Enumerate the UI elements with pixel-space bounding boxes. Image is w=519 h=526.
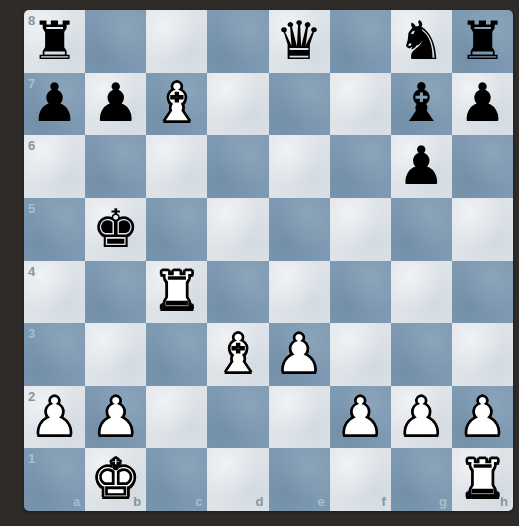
file-label-e: e xyxy=(317,495,324,508)
rank-label-1: 1 xyxy=(28,452,35,465)
piece-white-pawn-e3[interactable]: ♟ xyxy=(275,323,323,384)
file-label-g: g xyxy=(439,495,447,508)
square-h1[interactable]: h♜ xyxy=(452,448,513,511)
square-e8[interactable]: ♛ xyxy=(269,10,330,73)
chess-app-frame: 8♜♛♞♜7♟♟♝♝♟6♟5♚4♜3♝♟2♟♟♟♟♟1ab♚cdefgh♜ xyxy=(0,0,519,526)
piece-white-bishop-c7[interactable]: ♝ xyxy=(153,72,201,133)
square-e2[interactable] xyxy=(269,386,330,449)
square-c2[interactable] xyxy=(146,386,207,449)
square-d4[interactable] xyxy=(207,261,268,324)
piece-black-knight-g8[interactable]: ♞ xyxy=(398,10,446,71)
piece-white-king-b1[interactable]: ♚ xyxy=(92,448,140,509)
square-h7[interactable]: ♟ xyxy=(452,73,513,136)
square-a1[interactable]: 1a xyxy=(24,448,85,511)
piece-black-pawn-b7[interactable]: ♟ xyxy=(92,72,140,133)
square-c8[interactable] xyxy=(146,10,207,73)
file-label-c: c xyxy=(195,495,202,508)
square-a8[interactable]: 8♜ xyxy=(24,10,85,73)
square-c3[interactable] xyxy=(146,323,207,386)
piece-black-bishop-g7[interactable]: ♝ xyxy=(398,72,446,133)
square-f2[interactable]: ♟ xyxy=(330,386,391,449)
rank-label-3: 3 xyxy=(28,327,35,340)
square-e7[interactable] xyxy=(269,73,330,136)
square-d1[interactable]: d xyxy=(207,448,268,511)
square-c4[interactable]: ♜ xyxy=(146,261,207,324)
piece-white-pawn-f2[interactable]: ♟ xyxy=(336,386,384,447)
square-d2[interactable] xyxy=(207,386,268,449)
square-e3[interactable]: ♟ xyxy=(269,323,330,386)
square-d3[interactable]: ♝ xyxy=(207,323,268,386)
piece-black-rook-a8[interactable]: ♜ xyxy=(31,10,79,71)
square-d7[interactable] xyxy=(207,73,268,136)
piece-black-rook-h8[interactable]: ♜ xyxy=(459,10,507,71)
file-label-a: a xyxy=(73,495,80,508)
piece-black-pawn-h7[interactable]: ♟ xyxy=(459,72,507,133)
square-c7[interactable]: ♝ xyxy=(146,73,207,136)
square-e5[interactable] xyxy=(269,198,330,261)
square-a5[interactable]: 5 xyxy=(24,198,85,261)
piece-white-pawn-b2[interactable]: ♟ xyxy=(92,386,140,447)
square-a2[interactable]: 2♟ xyxy=(24,386,85,449)
square-f7[interactable] xyxy=(330,73,391,136)
piece-white-pawn-h2[interactable]: ♟ xyxy=(459,386,507,447)
square-g5[interactable] xyxy=(391,198,452,261)
square-g4[interactable] xyxy=(391,261,452,324)
piece-white-rook-c4[interactable]: ♜ xyxy=(153,260,201,321)
square-h5[interactable] xyxy=(452,198,513,261)
square-g3[interactable] xyxy=(391,323,452,386)
square-e1[interactable]: e xyxy=(269,448,330,511)
square-a3[interactable]: 3 xyxy=(24,323,85,386)
square-f4[interactable] xyxy=(330,261,391,324)
piece-black-pawn-a7[interactable]: ♟ xyxy=(31,72,79,133)
rank-label-6: 6 xyxy=(28,139,35,152)
square-d5[interactable] xyxy=(207,198,268,261)
square-f3[interactable] xyxy=(330,323,391,386)
square-e4[interactable] xyxy=(269,261,330,324)
square-b4[interactable] xyxy=(85,261,146,324)
square-a6[interactable]: 6 xyxy=(24,135,85,198)
piece-white-pawn-g2[interactable]: ♟ xyxy=(398,386,446,447)
square-f8[interactable] xyxy=(330,10,391,73)
piece-black-king-b5[interactable]: ♚ xyxy=(92,198,140,259)
square-c6[interactable] xyxy=(146,135,207,198)
square-g7[interactable]: ♝ xyxy=(391,73,452,136)
piece-black-queen-e8[interactable]: ♛ xyxy=(275,10,323,71)
square-f5[interactable] xyxy=(330,198,391,261)
square-b2[interactable]: ♟ xyxy=(85,386,146,449)
square-h8[interactable]: ♜ xyxy=(452,10,513,73)
piece-white-rook-h1[interactable]: ♜ xyxy=(459,448,507,509)
square-f1[interactable]: f xyxy=(330,448,391,511)
square-h2[interactable]: ♟ xyxy=(452,386,513,449)
square-c1[interactable]: c xyxy=(146,448,207,511)
square-a7[interactable]: 7♟ xyxy=(24,73,85,136)
square-g6[interactable]: ♟ xyxy=(391,135,452,198)
rank-label-5: 5 xyxy=(28,202,35,215)
piece-black-pawn-g6[interactable]: ♟ xyxy=(398,135,446,196)
square-h3[interactable] xyxy=(452,323,513,386)
square-b8[interactable] xyxy=(85,10,146,73)
square-h6[interactable] xyxy=(452,135,513,198)
file-label-d: d xyxy=(256,495,264,508)
square-f6[interactable] xyxy=(330,135,391,198)
piece-white-bishop-d3[interactable]: ♝ xyxy=(214,323,262,384)
square-g2[interactable]: ♟ xyxy=(391,386,452,449)
square-d8[interactable] xyxy=(207,10,268,73)
file-label-f: f xyxy=(381,495,385,508)
square-b3[interactable] xyxy=(85,323,146,386)
square-h4[interactable] xyxy=(452,261,513,324)
piece-white-pawn-a2[interactable]: ♟ xyxy=(31,386,79,447)
square-b1[interactable]: b♚ xyxy=(85,448,146,511)
square-g1[interactable]: g xyxy=(391,448,452,511)
square-a4[interactable]: 4 xyxy=(24,261,85,324)
square-g8[interactable]: ♞ xyxy=(391,10,452,73)
rank-label-4: 4 xyxy=(28,265,35,278)
square-d6[interactable] xyxy=(207,135,268,198)
square-b5[interactable]: ♚ xyxy=(85,198,146,261)
square-b7[interactable]: ♟ xyxy=(85,73,146,136)
chess-board: 8♜♛♞♜7♟♟♝♝♟6♟5♚4♜3♝♟2♟♟♟♟♟1ab♚cdefgh♜ xyxy=(24,10,513,511)
square-b6[interactable] xyxy=(85,135,146,198)
square-e6[interactable] xyxy=(269,135,330,198)
square-c5[interactable] xyxy=(146,198,207,261)
